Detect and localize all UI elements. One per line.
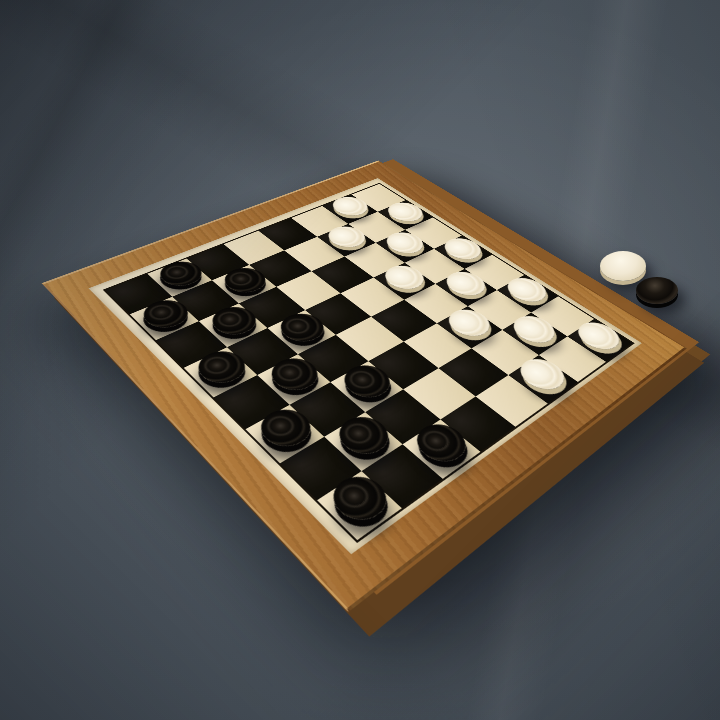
spare-white-piece[interactable] — [600, 251, 646, 281]
board-border-strip — [89, 178, 642, 554]
checkers-board — [42, 160, 688, 612]
board-scene — [0, 0, 720, 720]
spare-black-piece[interactable] — [636, 277, 678, 304]
board-grid — [103, 183, 635, 543]
